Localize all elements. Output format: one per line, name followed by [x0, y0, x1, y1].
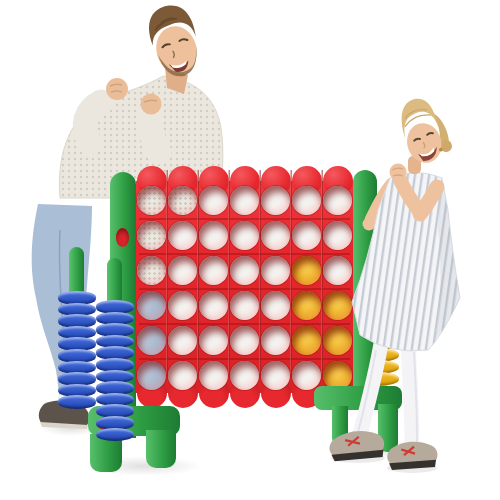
board-hole-r1c3 — [199, 186, 228, 215]
board-hole-r1c5 — [261, 186, 290, 215]
board-hole-r6c5 — [261, 361, 290, 390]
ring-stack-left-rear — [58, 247, 96, 409]
green-post — [107, 258, 122, 304]
board-row-seam — [139, 253, 350, 255]
ring-stack-left-front — [96, 258, 134, 442]
board-hole-r5c4 — [230, 326, 259, 355]
board-row-seam — [139, 358, 350, 360]
product-photo-scene — [0, 0, 500, 500]
board-hole-r5c1 — [137, 326, 166, 355]
man-left-fist — [106, 78, 128, 100]
board-hole-r3c5 — [261, 256, 290, 285]
man-right-fist — [141, 94, 162, 115]
board-row-seam — [139, 323, 350, 325]
board-row-seam — [139, 218, 350, 220]
board-hole-r1c2 — [168, 186, 197, 215]
girl-fist — [390, 164, 407, 181]
board-hole-r6c1 — [137, 361, 166, 390]
board-hole-r4c3 — [199, 291, 228, 320]
blue-ring — [58, 395, 96, 409]
board-hole-r3c2 — [168, 256, 197, 285]
board-hole-r1c4 — [230, 186, 259, 215]
board-hole-r6c2 — [168, 361, 197, 390]
board-hole-r3c1 — [137, 256, 166, 285]
board-hole-r1c6 — [292, 186, 321, 215]
girl-legs — [360, 338, 382, 434]
board-hole-r1c1 — [137, 186, 166, 215]
board-hole-r4c1 — [137, 291, 166, 320]
girl-head — [395, 93, 454, 167]
board-row-seam — [139, 288, 350, 290]
board-hole-r3c3 — [199, 256, 228, 285]
board-hole-r2c3 — [199, 221, 228, 250]
board-hole-r5c2 — [168, 326, 197, 355]
girl-figure — [320, 88, 500, 488]
board-hole-r6c6 — [292, 361, 321, 390]
board-hole-r2c1 — [137, 221, 166, 250]
man-head — [144, 1, 205, 82]
board-hole-r5c5 — [261, 326, 290, 355]
board-hole-r2c4 — [230, 221, 259, 250]
board-hole-r6c4 — [230, 361, 259, 390]
board-hole-r4c5 — [261, 291, 290, 320]
board-hole-r3c6 — [292, 256, 321, 285]
board-hole-r6c3 — [199, 361, 228, 390]
board-hole-r2c2 — [168, 221, 197, 250]
girl-left-hand — [363, 218, 376, 231]
peg-slot — [116, 228, 129, 247]
board-hole-r4c4 — [230, 291, 259, 320]
board-hole-r2c5 — [261, 221, 290, 250]
green-post — [69, 247, 84, 295]
board-hole-r2c6 — [292, 221, 321, 250]
board-hole-r4c2 — [168, 291, 197, 320]
blue-ring — [96, 428, 134, 442]
board-hole-r5c3 — [199, 326, 228, 355]
board-hole-r3c4 — [230, 256, 259, 285]
board-hole-r5c6 — [292, 326, 321, 355]
board-left-foot-leg — [146, 430, 176, 468]
board-hole-r4c6 — [292, 291, 321, 320]
